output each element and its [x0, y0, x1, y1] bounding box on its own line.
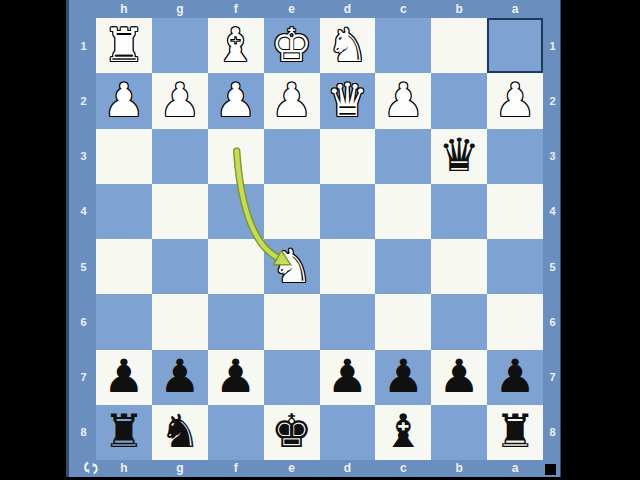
piece-bP-h7[interactable]: ♟: [103, 353, 144, 399]
square-f8[interactable]: [208, 405, 264, 460]
piece-wP-c2[interactable]: ♟: [383, 77, 424, 123]
rank-label-right-7: 7: [543, 350, 562, 405]
rank-label-left-8: 8: [74, 405, 93, 460]
square-b5[interactable]: [431, 239, 487, 294]
square-e7[interactable]: [264, 350, 320, 405]
file-labels-top: hgfedcba: [96, 0, 543, 17]
square-c4[interactable]: [375, 184, 431, 239]
square-d6[interactable]: [320, 294, 376, 349]
square-e6[interactable]: [264, 294, 320, 349]
file-label-top-d: d: [320, 0, 376, 17]
file-label-top-c: c: [375, 0, 431, 17]
square-g2[interactable]: ♟: [152, 73, 208, 128]
square-f3[interactable]: [208, 129, 264, 184]
file-label-top-a: a: [487, 0, 543, 17]
file-label-top-h: h: [96, 0, 152, 17]
square-h7[interactable]: ♟: [96, 350, 152, 405]
piece-bP-c7[interactable]: ♟: [383, 353, 424, 399]
file-label-bottom-b: b: [431, 460, 487, 476]
square-d8[interactable]: [320, 405, 376, 460]
file-label-bottom-e: e: [264, 460, 320, 476]
file-label-bottom-h: h: [96, 460, 152, 476]
piece-bP-a7[interactable]: ♟: [494, 353, 535, 399]
rank-label-right-4: 4: [543, 184, 562, 239]
square-d5[interactable]: [320, 239, 376, 294]
file-label-bottom-d: d: [320, 460, 376, 476]
piece-bR-a8[interactable]: ♜: [494, 408, 535, 454]
square-g5[interactable]: [152, 239, 208, 294]
file-label-top-f: f: [208, 0, 264, 17]
rank-label-right-5: 5: [543, 239, 562, 294]
rank-label-right-1: 1: [543, 18, 562, 73]
square-b3[interactable]: ♛: [431, 129, 487, 184]
square-f7[interactable]: ♟: [208, 350, 264, 405]
file-label-bottom-g: g: [152, 460, 208, 476]
rank-label-right-3: 3: [543, 129, 562, 184]
rank-labels-left: 12345678: [74, 18, 93, 460]
piece-wP-e2[interactable]: ♟: [271, 77, 312, 123]
letterbox-left: [0, 0, 66, 480]
square-d2[interactable]: ♛: [320, 73, 376, 128]
rank-label-right-8: 8: [543, 405, 562, 460]
square-c1[interactable]: [375, 18, 431, 73]
black-square-stop-icon: [545, 464, 556, 475]
file-label-bottom-c: c: [375, 460, 431, 476]
square-b6[interactable]: [431, 294, 487, 349]
square-g1[interactable]: [152, 18, 208, 73]
piece-wP-f2[interactable]: ♟: [215, 77, 256, 123]
square-h5[interactable]: [96, 239, 152, 294]
square-b4[interactable]: [431, 184, 487, 239]
piece-wB-f1[interactable]: ♝: [215, 22, 256, 68]
file-label-top-e: e: [264, 0, 320, 17]
square-f6[interactable]: [208, 294, 264, 349]
rank-label-left-2: 2: [74, 73, 93, 128]
rank-label-left-3: 3: [74, 129, 93, 184]
square-a8[interactable]: ♜: [487, 405, 543, 460]
square-c3[interactable]: [375, 129, 431, 184]
rank-label-left-4: 4: [74, 184, 93, 239]
piece-bP-f7[interactable]: ♟: [215, 353, 256, 399]
square-h4[interactable]: [96, 184, 152, 239]
square-a4[interactable]: [487, 184, 543, 239]
rank-label-left-5: 5: [74, 239, 93, 294]
piece-wQ-d2[interactable]: ♛: [327, 77, 368, 123]
piece-wR-h1[interactable]: ♜: [103, 22, 144, 68]
file-label-bottom-a: a: [487, 460, 543, 476]
square-h1[interactable]: ♜: [96, 18, 152, 73]
square-d1[interactable]: ♞: [320, 18, 376, 73]
square-e4[interactable]: [264, 184, 320, 239]
file-label-top-b: b: [431, 0, 487, 17]
square-g3[interactable]: [152, 129, 208, 184]
square-c5[interactable]: [375, 239, 431, 294]
piece-bP-b7[interactable]: ♟: [439, 353, 480, 399]
square-h6[interactable]: [96, 294, 152, 349]
square-d4[interactable]: [320, 184, 376, 239]
piece-bP-g7[interactable]: ♟: [159, 353, 200, 399]
square-a6[interactable]: [487, 294, 543, 349]
rank-label-left-6: 6: [74, 294, 93, 349]
piece-bQ-b3[interactable]: ♛: [439, 132, 480, 178]
square-e8[interactable]: ♚: [264, 405, 320, 460]
rank-label-left-1: 1: [74, 18, 93, 73]
square-g7[interactable]: ♟: [152, 350, 208, 405]
square-e1[interactable]: ♚: [264, 18, 320, 73]
square-f2[interactable]: ♟: [208, 73, 264, 128]
square-e3[interactable]: [264, 129, 320, 184]
square-g6[interactable]: [152, 294, 208, 349]
square-h8[interactable]: ♜: [96, 405, 152, 460]
letterbox-right: [561, 0, 640, 480]
chess-board-frame: hgfedcba hgfedcba 12345678 12345678 ♜♝♚♞…: [66, 0, 561, 477]
piece-wN-e5[interactable]: ♞: [271, 243, 312, 289]
square-c8[interactable]: ♝: [375, 405, 431, 460]
rank-label-right-6: 6: [543, 294, 562, 349]
square-c7[interactable]: ♟: [375, 350, 431, 405]
piece-bN-g8[interactable]: ♞: [159, 408, 200, 454]
rank-label-left-7: 7: [74, 350, 93, 405]
square-a1-highlighted[interactable]: [487, 18, 543, 73]
square-h3[interactable]: [96, 129, 152, 184]
piece-bK-e8[interactable]: ♚: [271, 408, 312, 454]
piece-bR-h8[interactable]: ♜: [103, 408, 144, 454]
square-a7[interactable]: ♟: [487, 350, 543, 405]
square-f5[interactable]: [208, 239, 264, 294]
piece-wN-d1[interactable]: ♞: [327, 22, 368, 68]
square-e5[interactable]: ♞: [264, 239, 320, 294]
piece-bP-d7[interactable]: ♟: [327, 353, 368, 399]
square-b8[interactable]: [431, 405, 487, 460]
flip-board-icon[interactable]: [83, 461, 99, 475]
square-g8[interactable]: ♞: [152, 405, 208, 460]
square-h2[interactable]: ♟: [96, 73, 152, 128]
square-a2[interactable]: ♟: [487, 73, 543, 128]
square-c2[interactable]: ♟: [375, 73, 431, 128]
piece-bB-c8[interactable]: ♝: [383, 408, 424, 454]
file-labels-bottom: hgfedcba: [96, 460, 543, 476]
square-d7[interactable]: ♟: [320, 350, 376, 405]
square-b2[interactable]: [431, 73, 487, 128]
square-e2[interactable]: ♟: [264, 73, 320, 128]
piece-wK-e1[interactable]: ♚: [271, 22, 312, 68]
piece-wP-h2[interactable]: ♟: [103, 77, 144, 123]
square-f1[interactable]: ♝: [208, 18, 264, 73]
rank-label-right-2: 2: [543, 73, 562, 128]
square-a5[interactable]: [487, 239, 543, 294]
square-c6[interactable]: [375, 294, 431, 349]
piece-wP-g2[interactable]: ♟: [159, 77, 200, 123]
square-g4[interactable]: [152, 184, 208, 239]
rank-labels-right: 12345678: [543, 18, 562, 460]
square-b7[interactable]: ♟: [431, 350, 487, 405]
file-label-top-g: g: [152, 0, 208, 17]
square-f4[interactable]: [208, 184, 264, 239]
square-a3[interactable]: [487, 129, 543, 184]
square-b1[interactable]: [431, 18, 487, 73]
square-d3[interactable]: [320, 129, 376, 184]
video-frame: hgfedcba hgfedcba 12345678 12345678 ♜♝♚♞…: [0, 0, 640, 480]
chess-board[interactable]: ♜♝♚♞♟♟♟♟♛♟♟♛♞♟♟♟♟♟♟♟♜♞♚♝♜: [96, 18, 543, 460]
file-label-bottom-f: f: [208, 460, 264, 476]
piece-wP-a2[interactable]: ♟: [494, 77, 535, 123]
